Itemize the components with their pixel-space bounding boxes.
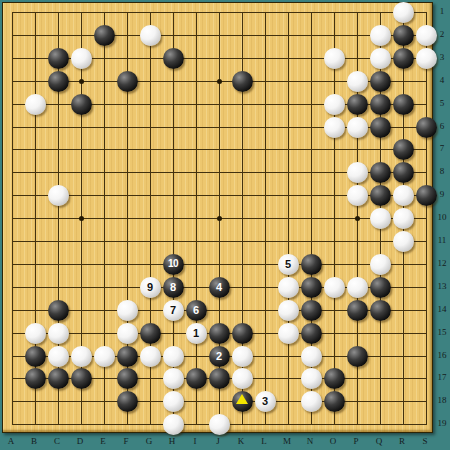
stone-white-P8 [347,162,368,183]
row-label-1: 1 [434,6,450,16]
stone-black-R5 [393,94,414,115]
stone-white-G13: 9 [140,277,161,298]
row-label-4: 4 [434,75,450,85]
stone-black-Q14 [370,300,391,321]
stone-white-N16 [301,346,322,367]
stone-white-F14 [117,300,138,321]
column-label-C: C [50,436,64,446]
stone-white-E16 [94,346,115,367]
star-point-J4 [217,79,222,84]
stone-white-B5 [25,94,46,115]
star-point-J10 [217,216,222,221]
stone-black-C4 [48,71,69,92]
stone-white-F15 [117,323,138,344]
stone-black-R3 [393,48,414,69]
stone-white-N17 [301,368,322,389]
stone-black-C3 [48,48,69,69]
stone-black-J16: 2 [209,346,230,367]
stone-black-B16 [25,346,46,367]
row-label-19: 19 [434,418,450,428]
star-point-D10 [79,216,84,221]
column-label-O: O [326,436,340,446]
move-number-3: 3 [262,396,268,407]
stone-white-M15 [278,323,299,344]
stone-white-R10 [393,208,414,229]
stone-white-H16 [163,346,184,367]
row-label-17: 17 [434,372,450,382]
stone-white-N18 [301,391,322,412]
stone-black-R8 [393,162,414,183]
move-number-4: 4 [216,282,222,293]
stone-black-Q8 [370,162,391,183]
stone-black-R2 [393,25,414,46]
stone-white-Q2 [370,25,391,46]
stone-white-R11 [393,231,414,252]
stone-black-F18 [117,391,138,412]
move-number-5: 5 [285,259,291,270]
stone-white-L18: 3 [255,391,276,412]
stone-white-O13 [324,277,345,298]
stone-white-M12: 5 [278,254,299,275]
stone-white-P9 [347,185,368,206]
stone-black-N15 [301,323,322,344]
stone-white-G16 [140,346,161,367]
row-label-18: 18 [434,395,450,405]
stone-white-M14 [278,300,299,321]
stone-white-D3 [71,48,92,69]
stone-black-P16 [347,346,368,367]
column-label-H: H [165,436,179,446]
star-point-D4 [79,79,84,84]
stone-black-I14: 6 [186,300,207,321]
row-label-11: 11 [434,235,450,245]
move-number-8: 8 [170,282,176,293]
row-label-10: 10 [434,212,450,222]
move-number-9: 9 [147,282,153,293]
move-number-10: 10 [168,259,178,269]
row-label-8: 8 [434,166,450,176]
stone-white-O6 [324,117,345,138]
stone-white-H14: 7 [163,300,184,321]
column-label-A: A [4,436,18,446]
stone-black-O18 [324,391,345,412]
stone-black-J15 [209,323,230,344]
grid-line-vertical [265,12,266,425]
column-label-F: F [119,436,133,446]
stone-white-C16 [48,346,69,367]
column-label-R: R [395,436,409,446]
stone-white-H19 [163,414,184,435]
stone-white-R9 [393,185,414,206]
column-label-N: N [303,436,317,446]
column-label-J: J [211,436,225,446]
stone-white-H17 [163,368,184,389]
stone-white-Q10 [370,208,391,229]
stone-white-H18 [163,391,184,412]
row-label-13: 13 [434,281,450,291]
stone-black-N12 [301,254,322,275]
stone-black-J17 [209,368,230,389]
stone-black-Q5 [370,94,391,115]
stone-black-P14 [347,300,368,321]
stone-black-G15 [140,323,161,344]
grid-line-vertical [288,12,289,425]
row-label-16: 16 [434,350,450,360]
stone-black-F17 [117,368,138,389]
go-board[interactable]: 10846259713 [2,2,433,433]
column-label-G: G [142,436,156,446]
grid-line-horizontal [12,401,427,402]
move-number-6: 6 [193,305,199,316]
move-number-1: 1 [193,328,199,339]
stone-white-R1 [393,2,414,23]
column-label-B: B [27,436,41,446]
stone-white-I15: 1 [186,323,207,344]
column-label-I: I [188,436,202,446]
stone-black-C17 [48,368,69,389]
stone-white-D16 [71,346,92,367]
row-label-3: 3 [434,52,450,62]
stone-black-N14 [301,300,322,321]
stone-black-K15 [232,323,253,344]
row-label-6: 6 [434,121,450,131]
stone-white-P6 [347,117,368,138]
row-label-12: 12 [434,258,450,268]
row-label-14: 14 [434,304,450,314]
stone-black-F16 [117,346,138,367]
column-label-L: L [257,436,271,446]
stone-white-C9 [48,185,69,206]
stone-black-I17 [186,368,207,389]
row-label-9: 9 [434,189,450,199]
stone-black-N13 [301,277,322,298]
row-label-7: 7 [434,143,450,153]
stone-black-K18 [232,391,253,412]
move-number-7: 7 [170,305,176,316]
row-label-2: 2 [434,29,450,39]
stone-white-J19 [209,414,230,435]
stone-white-C15 [48,323,69,344]
star-point-P10 [355,216,360,221]
column-label-E: E [96,436,110,446]
triangle-mark [236,394,248,404]
row-label-15: 15 [434,327,450,337]
stone-black-Q9 [370,185,391,206]
stone-white-G2 [140,25,161,46]
stone-white-B15 [25,323,46,344]
stone-black-J13: 4 [209,277,230,298]
stone-black-C14 [48,300,69,321]
stone-black-E2 [94,25,115,46]
stone-black-Q4 [370,71,391,92]
stone-black-Q6 [370,117,391,138]
stone-black-O17 [324,368,345,389]
stone-white-M13 [278,277,299,298]
column-label-D: D [73,436,87,446]
stone-white-K17 [232,368,253,389]
stone-black-D17 [71,368,92,389]
column-label-K: K [234,436,248,446]
stone-white-P4 [347,71,368,92]
stone-white-K16 [232,346,253,367]
stone-white-Q3 [370,48,391,69]
stone-black-H12: 10 [163,254,184,275]
stone-black-R7 [393,139,414,160]
column-label-Q: Q [372,436,386,446]
column-label-M: M [280,436,294,446]
go-diagram: 10846259713 ABCDEFGHIJKLMNOPQRS123456789… [0,0,450,450]
grid-line-horizontal [12,241,427,242]
stone-white-O3 [324,48,345,69]
stone-white-Q12 [370,254,391,275]
grid-line-vertical [426,12,427,425]
column-label-S: S [418,436,432,446]
grid-line-horizontal [12,264,427,265]
stone-black-B17 [25,368,46,389]
stone-black-H13: 8 [163,277,184,298]
stone-white-O5 [324,94,345,115]
stone-black-F4 [117,71,138,92]
stone-white-P13 [347,277,368,298]
stone-black-K4 [232,71,253,92]
stone-black-H3 [163,48,184,69]
stone-black-D5 [71,94,92,115]
stone-black-Q13 [370,277,391,298]
stone-black-P5 [347,94,368,115]
column-label-P: P [349,436,363,446]
grid-line-vertical [334,12,335,425]
row-label-5: 5 [434,98,450,108]
move-number-2: 2 [216,351,222,362]
